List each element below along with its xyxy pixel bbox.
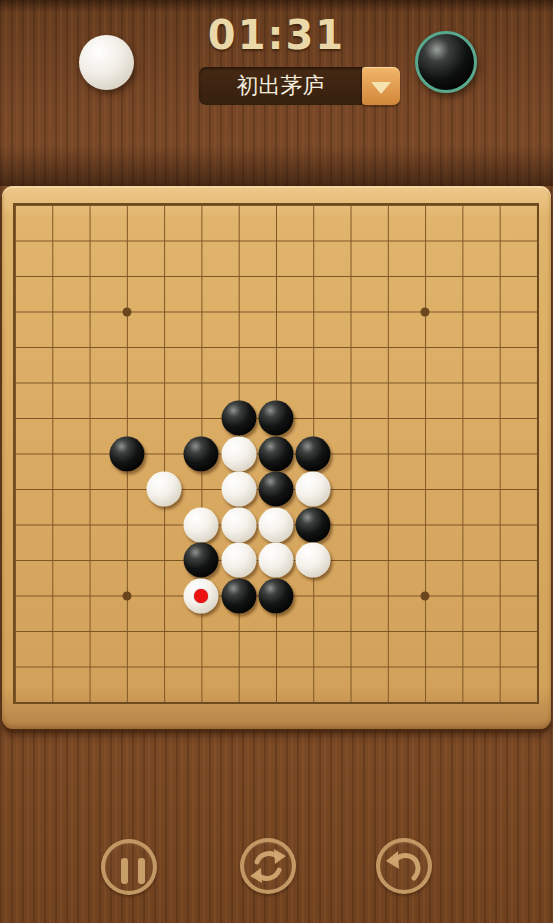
- stone-black: [296, 507, 331, 542]
- last-move-marker: [194, 589, 208, 603]
- chevron-down-icon: [371, 82, 391, 94]
- undo-icon: [383, 845, 425, 887]
- stone-black: [109, 436, 144, 471]
- stone-white: [184, 507, 219, 542]
- stone-black: [184, 543, 219, 578]
- game-board[interactable]: [2, 186, 551, 729]
- difficulty-dropdown[interactable]: 初出茅庐: [199, 67, 400, 105]
- stone-white: [221, 543, 256, 578]
- stone-black: [184, 436, 219, 471]
- board-top-shadow: [0, 146, 553, 186]
- star-point: [122, 591, 131, 600]
- star-point: [122, 307, 131, 316]
- stone-black: [259, 472, 294, 507]
- dropdown-arrow-button[interactable]: [362, 67, 400, 105]
- stone-black: [259, 578, 294, 613]
- stone-white: [296, 543, 331, 578]
- pause-button[interactable]: [101, 839, 157, 895]
- stone-black: [296, 436, 331, 471]
- stone-black: [221, 578, 256, 613]
- gomoku-app-screen: { "game": "gomoku", "app": { "timer": "0…: [0, 0, 553, 923]
- stone-black: [221, 401, 256, 436]
- star-point: [421, 307, 430, 316]
- undo-button[interactable]: [376, 838, 432, 894]
- stone-white: [147, 472, 182, 507]
- white-player-stone-avatar: [79, 35, 134, 90]
- stone-layer: [15, 205, 537, 702]
- stone-white: [259, 507, 294, 542]
- star-point: [421, 591, 430, 600]
- stone-white: [259, 543, 294, 578]
- stone-white: [221, 472, 256, 507]
- difficulty-label[interactable]: 初出茅庐: [199, 67, 362, 105]
- stone-white: [221, 436, 256, 471]
- stone-black: [259, 401, 294, 436]
- stone-black: [259, 436, 294, 471]
- top-edge-shadow: [0, 0, 553, 12]
- stone-white: [221, 507, 256, 542]
- black-player-stone-avatar-active-turn: [415, 31, 477, 93]
- stone-white: [296, 472, 331, 507]
- restart-button[interactable]: [240, 838, 296, 894]
- restart-icon: [247, 845, 289, 887]
